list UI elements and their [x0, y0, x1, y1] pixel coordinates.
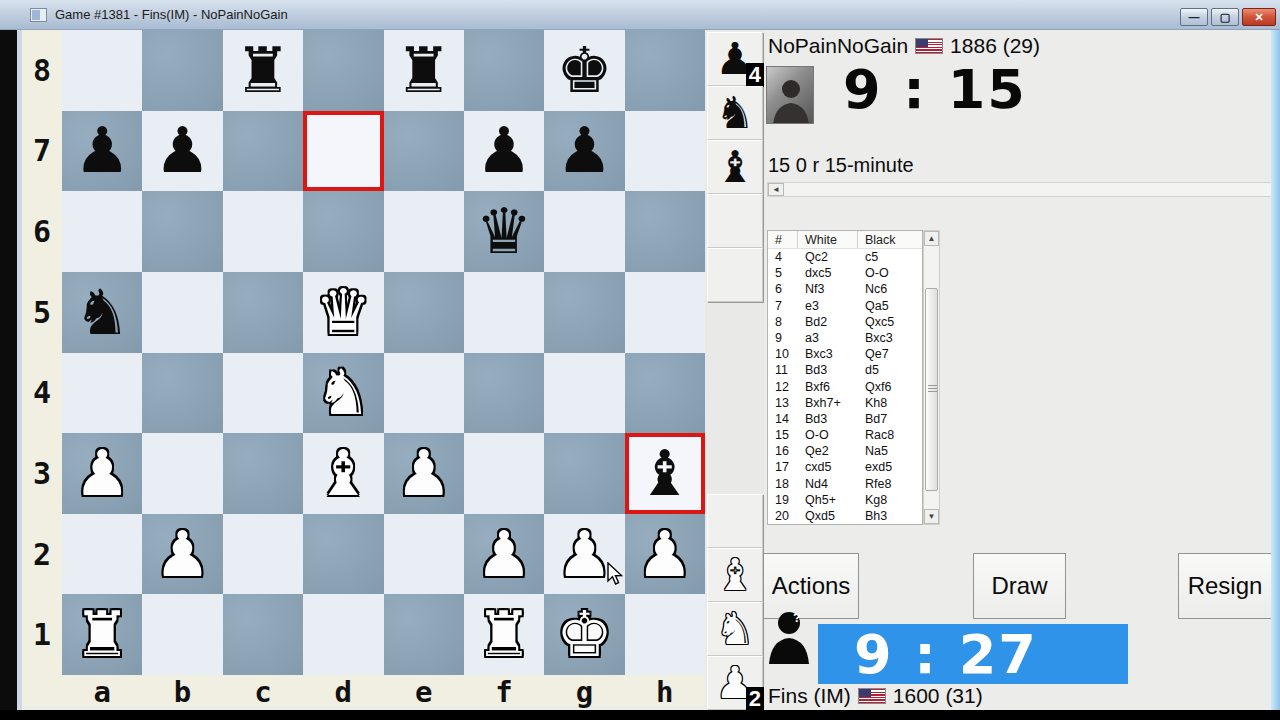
black-move: Bh3 [858, 508, 922, 524]
move-list-scrollbar[interactable]: ▲ ▼ [923, 230, 940, 525]
window-title: Game #1381 - Fins(IM) - NoPainNoGain [55, 7, 288, 22]
square-d3[interactable]: ♝ [303, 433, 383, 514]
square-e6[interactable] [384, 191, 464, 272]
resign-button[interactable]: Resign [1178, 553, 1272, 619]
black-move: Rac8 [858, 427, 922, 443]
black-move: Qa5 [858, 298, 922, 314]
move-row-14[interactable]: 14Bd3Bd7 [768, 411, 922, 427]
black-rook-c8: ♜ [235, 39, 291, 102]
square-e4[interactable] [384, 353, 464, 434]
square-e3[interactable]: ♟ [384, 433, 464, 514]
square-d7[interactable] [303, 111, 383, 192]
move-row-11[interactable]: 11Bd3d5 [768, 362, 922, 378]
move-row-13[interactable]: 13Bxh7+Kh8 [768, 395, 922, 411]
file-labels: abcdefgh [62, 675, 705, 706]
white-pawn-f2: ♟ [476, 523, 532, 586]
square-f7[interactable]: ♟ [464, 111, 544, 192]
square-e5[interactable] [384, 272, 464, 353]
square-c7[interactable] [223, 111, 303, 192]
tray-slot-empty [707, 194, 763, 248]
black-move: d5 [858, 362, 922, 378]
square-f4[interactable] [464, 353, 544, 434]
black-queen-f6: ♛ [476, 200, 532, 263]
captured-pieces-tray: ♟4♞♝♝♞♟2 [705, 30, 765, 710]
move-row-6[interactable]: 6Nf3Nc6 [768, 281, 922, 297]
square-b8[interactable] [142, 30, 222, 111]
square-g2[interactable]: ♟ [544, 514, 624, 595]
square-c5[interactable] [223, 272, 303, 353]
rank-label-5: 5 [22, 272, 62, 353]
square-a4[interactable] [62, 353, 142, 434]
white-move: Qc2 [798, 249, 858, 265]
square-g7[interactable]: ♟ [544, 111, 624, 192]
square-a3[interactable]: ♟ [62, 433, 142, 514]
white-rook-f1: ♜ [476, 603, 532, 666]
square-f1[interactable]: ♜ [464, 594, 544, 675]
square-c8[interactable]: ♜ [223, 30, 303, 111]
black-pawn-f7: ♟ [476, 119, 532, 182]
square-b2[interactable]: ♟ [142, 514, 222, 595]
white-moves-header: White [798, 231, 858, 248]
square-h4[interactable] [625, 353, 705, 434]
black-move: Kh8 [858, 395, 922, 411]
top-player-name: NoPainNoGain [768, 34, 908, 58]
square-f3[interactable] [464, 433, 544, 514]
rank-label-2: 2 [22, 514, 62, 595]
move-row-7[interactable]: 7e3Qa5 [768, 298, 922, 314]
square-a2[interactable] [62, 514, 142, 595]
black-pawn-a7: ♟ [74, 119, 130, 182]
square-b6[interactable] [142, 191, 222, 272]
captured-count-badge: 4 [746, 63, 764, 87]
file-label-f: f [464, 675, 544, 709]
chess-board[interactable]: ♜♜♚♟♟♟♟♛♞♛♞♟♝♟♝♟♟♟♟♜♜♚ [62, 30, 705, 675]
black-moves-header: Black [858, 231, 922, 248]
captured-white-pawn: ♟2 [707, 656, 763, 710]
rank-label-8: 8 [22, 30, 62, 111]
white-move: Bxh7+ [798, 395, 858, 411]
bottom-player-rating: 1600 (31) [893, 684, 983, 708]
square-h5[interactable] [625, 272, 705, 353]
square-c3[interactable] [223, 433, 303, 514]
move-number: 9 [768, 330, 798, 346]
square-g4[interactable] [544, 353, 624, 434]
unknown-avatar-icon: ? [765, 608, 813, 664]
white-pawn-b2: ♟ [154, 523, 210, 586]
square-d8[interactable] [303, 30, 383, 111]
square-a8[interactable] [62, 30, 142, 111]
bottom-edge-strip [0, 710, 1280, 720]
white-pawn-h2: ♟ [637, 523, 693, 586]
move-number-header: # [768, 231, 798, 248]
tray-slot-empty [707, 494, 763, 548]
black-king-g8: ♚ [556, 39, 612, 102]
square-g3[interactable] [544, 433, 624, 514]
square-d4[interactable]: ♞ [303, 353, 383, 434]
square-a7[interactable]: ♟ [62, 111, 142, 192]
white-pawn-a3: ♟ [74, 442, 130, 505]
move-row-15[interactable]: 15O-ORac8 [768, 427, 922, 443]
scroll-left-icon[interactable]: ◄ [768, 183, 784, 196]
move-number: 5 [768, 265, 798, 281]
white-move: a3 [798, 330, 858, 346]
square-h8[interactable] [625, 30, 705, 111]
app-icon [30, 8, 47, 22]
square-b4[interactable] [142, 353, 222, 434]
black-move: O-O [858, 265, 922, 281]
player-avatar-photo [766, 66, 814, 124]
white-move: Bd3 [798, 362, 858, 378]
white-pawn-g2: ♟ [556, 523, 612, 586]
white-move: Bxf6 [798, 379, 858, 395]
close-icon[interactable]: ✕ [1242, 8, 1276, 26]
game-info-label: 15 0 r 15-minute [768, 154, 914, 177]
move-row-4[interactable]: 4Qc2c5 [768, 249, 922, 265]
left-edge-strip [0, 30, 17, 720]
file-label-e: e [384, 675, 464, 709]
white-knight-icon: ♞ [715, 607, 754, 651]
captured-black-knight: ♞ [707, 86, 763, 140]
minimize-icon[interactable]: — [1180, 8, 1208, 26]
black-move: exd5 [858, 459, 922, 475]
square-f2[interactable]: ♟ [464, 514, 544, 595]
rank-label-7: 7 [22, 111, 62, 192]
square-f8[interactable] [464, 30, 544, 111]
horizontal-scrollbar[interactable]: ◄ ► [767, 182, 1280, 197]
move-row-5[interactable]: 5dxc5O-O [768, 265, 922, 281]
black-move: Bd7 [858, 411, 922, 427]
square-e2[interactable] [384, 514, 464, 595]
white-move: Qh5+ [798, 492, 858, 508]
top-player-row: NoPainNoGain 1886 (29) [768, 34, 1040, 58]
white-rook-a1: ♜ [74, 603, 130, 666]
move-row-18[interactable]: 18Nd4Rfe8 [768, 476, 922, 492]
white-knight-d4: ♞ [315, 361, 371, 424]
square-b5[interactable] [142, 272, 222, 353]
square-e8[interactable]: ♜ [384, 30, 464, 111]
square-d2[interactable] [303, 514, 383, 595]
white-move: e3 [798, 298, 858, 314]
square-b1[interactable] [142, 594, 222, 675]
game-window: Game #1381 - Fins(IM) - NoPainNoGain — ▢… [0, 0, 1280, 720]
move-number: 13 [768, 395, 798, 411]
maximize-icon[interactable]: ▢ [1211, 8, 1239, 26]
black-bishop-h3: ♝ [637, 442, 693, 505]
move-row-10[interactable]: 10Bxc3Qe7 [768, 346, 922, 362]
bottom-player-row: Fins (IM) 1600 (31) [768, 684, 983, 708]
square-e1[interactable] [384, 594, 464, 675]
active-clock-bar: 9 : 27 [818, 624, 1128, 684]
move-number: 16 [768, 443, 798, 459]
move-number: 4 [768, 249, 798, 265]
move-number: 10 [768, 346, 798, 362]
move-number: 20 [768, 508, 798, 524]
white-move: Bd2 [798, 314, 858, 330]
square-b3[interactable] [142, 433, 222, 514]
move-number: 7 [768, 298, 798, 314]
white-move: O-O [798, 427, 858, 443]
move-row-17[interactable]: 17cxd5exd5 [768, 459, 922, 475]
white-move: cxd5 [798, 459, 858, 475]
square-c6[interactable] [223, 191, 303, 272]
black-bishop-icon: ♝ [715, 145, 754, 189]
rank-label-4: 4 [22, 353, 62, 434]
square-c1[interactable] [223, 594, 303, 675]
file-label-d: d [303, 675, 383, 709]
move-row-9[interactable]: 9a3Bxc3 [768, 330, 922, 346]
square-c2[interactable] [223, 514, 303, 595]
move-number: 18 [768, 476, 798, 492]
square-e7[interactable] [384, 111, 464, 192]
move-number: 15 [768, 427, 798, 443]
scrollbar-thumb[interactable] [925, 288, 938, 491]
square-d1[interactable] [303, 594, 383, 675]
square-g6[interactable] [544, 191, 624, 272]
square-h2[interactable]: ♟ [625, 514, 705, 595]
move-row-19[interactable]: 19Qh5+Kg8 [768, 492, 922, 508]
square-c4[interactable] [223, 353, 303, 434]
white-move: Nd4 [798, 476, 858, 492]
scroll-up-icon[interactable]: ▲ [924, 231, 939, 246]
square-d6[interactable] [303, 191, 383, 272]
black-move: Qxc5 [858, 314, 922, 330]
black-pawn-g7: ♟ [556, 119, 612, 182]
move-list[interactable]: # White Black 4Qc2c55dxc5O-O6Nf3Nc67e3Qa… [767, 230, 923, 525]
file-label-b: b [142, 675, 222, 709]
scroll-down-icon[interactable]: ▼ [924, 509, 939, 524]
square-a6[interactable] [62, 191, 142, 272]
move-row-8[interactable]: 8Bd2Qxc5 [768, 314, 922, 330]
file-label-a: a [62, 675, 142, 709]
white-move: Qe2 [798, 443, 858, 459]
white-queen-d5: ♛ [315, 281, 371, 344]
square-a5[interactable]: ♞ [62, 272, 142, 353]
white-move: Bxc3 [798, 346, 858, 362]
move-number: 14 [768, 411, 798, 427]
captured-black-bishop: ♝ [707, 140, 763, 194]
square-b7[interactable]: ♟ [142, 111, 222, 192]
move-number: 8 [768, 314, 798, 330]
us-flag-icon [915, 38, 943, 54]
black-move: Qxf6 [858, 379, 922, 395]
white-bishop-d3: ♝ [315, 442, 371, 505]
captured-white-bishop: ♝ [707, 548, 763, 602]
move-number: 17 [768, 459, 798, 475]
square-g5[interactable] [544, 272, 624, 353]
square-a1[interactable]: ♜ [62, 594, 142, 675]
white-king-g1: ♚ [556, 603, 612, 666]
black-move: Qe7 [858, 346, 922, 362]
move-number: 11 [768, 362, 798, 378]
square-h7[interactable] [625, 111, 705, 192]
rank-label-1: 1 [22, 594, 62, 675]
white-move: Qxd5 [798, 508, 858, 524]
tray-slot-empty [707, 248, 763, 302]
black-move: Na5 [858, 443, 922, 459]
black-pawn-b7: ♟ [154, 119, 210, 182]
square-g1[interactable]: ♚ [544, 594, 624, 675]
black-move: Nc6 [858, 281, 922, 297]
title-bar: Game #1381 - Fins(IM) - NoPainNoGain — ▢… [0, 0, 1280, 30]
black-rook-e8: ♜ [395, 39, 451, 102]
top-player-rating: 1886 (29) [950, 34, 1040, 58]
move-row-12[interactable]: 12Bxf6Qxf6 [768, 379, 922, 395]
captured-black-pawn: ♟4 [707, 32, 763, 86]
file-label-c: c [223, 675, 303, 709]
bottom-player-clock: 9 : 27 [818, 623, 1038, 686]
rank-label-3: 3 [22, 433, 62, 514]
black-knight-a5: ♞ [74, 281, 130, 344]
square-h3[interactable]: ♝ [625, 433, 705, 514]
white-move: Nf3 [798, 281, 858, 297]
draw-button[interactable]: Draw [973, 553, 1066, 619]
black-move: Bxc3 [858, 330, 922, 346]
black-move: Rfe8 [858, 476, 922, 492]
captured-white-knight: ♞ [707, 602, 763, 656]
rank-labels: 87654321 [22, 30, 62, 675]
black-move: Kg8 [858, 492, 922, 508]
black-move: c5 [858, 249, 922, 265]
square-d5[interactable]: ♛ [303, 272, 383, 353]
bottom-player-name: Fins (IM) [768, 684, 851, 708]
window-border-right [1271, 30, 1280, 710]
game-panel: NoPainNoGain 1886 (29) 9 : 15 15 0 r 15-… [765, 30, 1271, 710]
square-f5[interactable] [464, 272, 544, 353]
white-move: Bd3 [798, 411, 858, 427]
square-f6[interactable]: ♛ [464, 191, 544, 272]
file-label-h: h [625, 675, 705, 709]
svg-text:?: ? [793, 610, 801, 625]
square-g8[interactable]: ♚ [544, 30, 624, 111]
square-h6[interactable] [625, 191, 705, 272]
square-h1[interactable] [625, 594, 705, 675]
move-row-20[interactable]: 20Qxd5Bh3 [768, 508, 922, 524]
us-flag-icon [858, 688, 886, 704]
move-number: 6 [768, 281, 798, 297]
white-pawn-e3: ♟ [395, 442, 451, 505]
rank-label-6: 6 [22, 191, 62, 272]
move-number: 12 [768, 379, 798, 395]
move-row-16[interactable]: 16Qe2Na5 [768, 443, 922, 459]
white-move: dxc5 [798, 265, 858, 281]
file-label-g: g [544, 675, 624, 709]
captured-count-badge: 2 [746, 687, 764, 711]
top-player-clock: 9 : 15 [843, 58, 1027, 121]
move-number: 19 [768, 492, 798, 508]
move-list-header: # White Black [768, 231, 922, 249]
white-bishop-icon: ♝ [715, 553, 754, 597]
black-knight-icon: ♞ [715, 91, 754, 135]
